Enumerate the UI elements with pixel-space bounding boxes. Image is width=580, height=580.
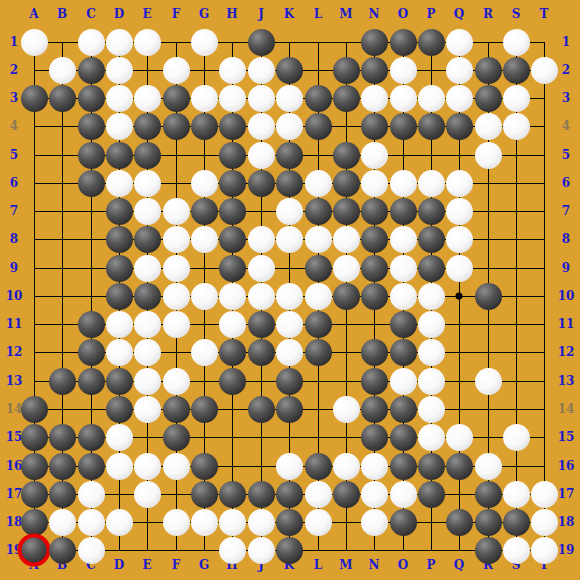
point-N4[interactable] xyxy=(360,112,388,140)
point-G9[interactable] xyxy=(190,254,218,282)
point-O19[interactable] xyxy=(389,536,417,564)
point-O3[interactable] xyxy=(389,84,417,112)
point-S12[interactable] xyxy=(502,338,530,366)
point-B3[interactable] xyxy=(48,84,76,112)
point-D14[interactable] xyxy=(105,395,133,423)
point-E16[interactable] xyxy=(133,452,161,480)
point-M17[interactable] xyxy=(332,480,360,508)
point-J4[interactable] xyxy=(247,112,275,140)
point-A2[interactable] xyxy=(20,56,48,84)
point-T11[interactable] xyxy=(530,310,558,338)
point-J19[interactable] xyxy=(247,536,275,564)
point-F6[interactable] xyxy=(162,169,190,197)
point-N12[interactable] xyxy=(360,338,388,366)
point-N18[interactable] xyxy=(360,508,388,536)
point-K8[interactable] xyxy=(275,225,303,253)
point-D17[interactable] xyxy=(105,480,133,508)
point-L15[interactable] xyxy=(304,423,332,451)
point-B13[interactable] xyxy=(48,367,76,395)
point-P7[interactable] xyxy=(417,197,445,225)
point-T12[interactable] xyxy=(530,338,558,366)
point-S1[interactable] xyxy=(502,28,530,56)
point-Q14[interactable] xyxy=(445,395,473,423)
point-R9[interactable] xyxy=(474,254,502,282)
point-M10[interactable] xyxy=(332,282,360,310)
point-T18[interactable] xyxy=(530,508,558,536)
point-H18[interactable] xyxy=(218,508,246,536)
point-G12[interactable] xyxy=(190,338,218,366)
point-K6[interactable] xyxy=(275,169,303,197)
point-G18[interactable] xyxy=(190,508,218,536)
point-O12[interactable] xyxy=(389,338,417,366)
point-N11[interactable] xyxy=(360,310,388,338)
point-T17[interactable] xyxy=(530,480,558,508)
point-S15[interactable] xyxy=(502,423,530,451)
point-Q13[interactable] xyxy=(445,367,473,395)
point-M14[interactable] xyxy=(332,395,360,423)
point-T7[interactable] xyxy=(530,197,558,225)
point-P13[interactable] xyxy=(417,367,445,395)
point-J14[interactable] xyxy=(247,395,275,423)
point-P3[interactable] xyxy=(417,84,445,112)
point-G2[interactable] xyxy=(190,56,218,84)
point-H8[interactable] xyxy=(218,225,246,253)
point-G19[interactable] xyxy=(190,536,218,564)
point-R6[interactable] xyxy=(474,169,502,197)
point-G16[interactable] xyxy=(190,452,218,480)
point-N17[interactable] xyxy=(360,480,388,508)
point-E13[interactable] xyxy=(133,367,161,395)
point-M4[interactable] xyxy=(332,112,360,140)
point-F17[interactable] xyxy=(162,480,190,508)
point-L11[interactable] xyxy=(304,310,332,338)
point-H5[interactable] xyxy=(218,141,246,169)
point-H6[interactable] xyxy=(218,169,246,197)
point-K1[interactable] xyxy=(275,28,303,56)
point-B14[interactable] xyxy=(48,395,76,423)
point-P10[interactable] xyxy=(417,282,445,310)
point-L1[interactable] xyxy=(304,28,332,56)
point-G3[interactable] xyxy=(190,84,218,112)
point-S9[interactable] xyxy=(502,254,530,282)
point-R14[interactable] xyxy=(474,395,502,423)
point-E7[interactable] xyxy=(133,197,161,225)
point-Q9[interactable] xyxy=(445,254,473,282)
point-T15[interactable] xyxy=(530,423,558,451)
point-R8[interactable] xyxy=(474,225,502,253)
point-A1[interactable] xyxy=(20,28,48,56)
point-Q11[interactable] xyxy=(445,310,473,338)
point-J12[interactable] xyxy=(247,338,275,366)
point-H14[interactable] xyxy=(218,395,246,423)
point-E11[interactable] xyxy=(133,310,161,338)
point-N2[interactable] xyxy=(360,56,388,84)
point-B5[interactable] xyxy=(48,141,76,169)
point-C4[interactable] xyxy=(77,112,105,140)
point-J3[interactable] xyxy=(247,84,275,112)
point-L7[interactable] xyxy=(304,197,332,225)
point-J5[interactable] xyxy=(247,141,275,169)
point-F9[interactable] xyxy=(162,254,190,282)
point-P14[interactable] xyxy=(417,395,445,423)
point-E18[interactable] xyxy=(133,508,161,536)
point-F10[interactable] xyxy=(162,282,190,310)
point-D7[interactable] xyxy=(105,197,133,225)
point-C19[interactable] xyxy=(77,536,105,564)
point-F14[interactable] xyxy=(162,395,190,423)
point-P17[interactable] xyxy=(417,480,445,508)
point-P2[interactable] xyxy=(417,56,445,84)
point-D2[interactable] xyxy=(105,56,133,84)
point-T4[interactable] xyxy=(530,112,558,140)
point-P4[interactable] xyxy=(417,112,445,140)
point-F3[interactable] xyxy=(162,84,190,112)
point-A12[interactable] xyxy=(20,338,48,366)
point-C11[interactable] xyxy=(77,310,105,338)
point-C2[interactable] xyxy=(77,56,105,84)
point-A11[interactable] xyxy=(20,310,48,338)
point-T16[interactable] xyxy=(530,452,558,480)
point-E1[interactable] xyxy=(133,28,161,56)
point-N10[interactable] xyxy=(360,282,388,310)
point-H15[interactable] xyxy=(218,423,246,451)
point-T10[interactable] xyxy=(530,282,558,310)
point-F19[interactable] xyxy=(162,536,190,564)
point-A17[interactable] xyxy=(20,480,48,508)
point-T19[interactable] xyxy=(530,536,558,564)
point-G14[interactable] xyxy=(190,395,218,423)
point-C18[interactable] xyxy=(77,508,105,536)
point-C7[interactable] xyxy=(77,197,105,225)
point-N15[interactable] xyxy=(360,423,388,451)
point-E14[interactable] xyxy=(133,395,161,423)
point-Q1[interactable] xyxy=(445,28,473,56)
point-R2[interactable] xyxy=(474,56,502,84)
point-M19[interactable] xyxy=(332,536,360,564)
point-T2[interactable] xyxy=(530,56,558,84)
point-B18[interactable] xyxy=(48,508,76,536)
point-R11[interactable] xyxy=(474,310,502,338)
point-O1[interactable] xyxy=(389,28,417,56)
point-B11[interactable] xyxy=(48,310,76,338)
point-O11[interactable] xyxy=(389,310,417,338)
point-E8[interactable] xyxy=(133,225,161,253)
point-Q12[interactable] xyxy=(445,338,473,366)
point-D4[interactable] xyxy=(105,112,133,140)
point-E19[interactable] xyxy=(133,536,161,564)
point-E12[interactable] xyxy=(133,338,161,366)
point-S7[interactable] xyxy=(502,197,530,225)
point-B1[interactable] xyxy=(48,28,76,56)
point-E10[interactable] xyxy=(133,282,161,310)
point-K10[interactable] xyxy=(275,282,303,310)
point-B10[interactable] xyxy=(48,282,76,310)
point-H3[interactable] xyxy=(218,84,246,112)
point-P16[interactable] xyxy=(417,452,445,480)
point-D1[interactable] xyxy=(105,28,133,56)
point-B12[interactable] xyxy=(48,338,76,366)
point-R10[interactable] xyxy=(474,282,502,310)
point-H4[interactable] xyxy=(218,112,246,140)
point-K3[interactable] xyxy=(275,84,303,112)
point-D3[interactable] xyxy=(105,84,133,112)
point-E17[interactable] xyxy=(133,480,161,508)
point-O5[interactable] xyxy=(389,141,417,169)
point-O10[interactable] xyxy=(389,282,417,310)
point-S8[interactable] xyxy=(502,225,530,253)
point-B2[interactable] xyxy=(48,56,76,84)
point-T5[interactable] xyxy=(530,141,558,169)
point-Q16[interactable] xyxy=(445,452,473,480)
point-F15[interactable] xyxy=(162,423,190,451)
point-T1[interactable] xyxy=(530,28,558,56)
point-L6[interactable] xyxy=(304,169,332,197)
point-R13[interactable] xyxy=(474,367,502,395)
point-S5[interactable] xyxy=(502,141,530,169)
point-T14[interactable] xyxy=(530,395,558,423)
point-J13[interactable] xyxy=(247,367,275,395)
point-L4[interactable] xyxy=(304,112,332,140)
point-O15[interactable] xyxy=(389,423,417,451)
point-N13[interactable] xyxy=(360,367,388,395)
point-O8[interactable] xyxy=(389,225,417,253)
point-N19[interactable] xyxy=(360,536,388,564)
point-L3[interactable] xyxy=(304,84,332,112)
point-S18[interactable] xyxy=(502,508,530,536)
point-A9[interactable] xyxy=(20,254,48,282)
point-E4[interactable] xyxy=(133,112,161,140)
point-A6[interactable] xyxy=(20,169,48,197)
point-M18[interactable] xyxy=(332,508,360,536)
point-S19[interactable] xyxy=(502,536,530,564)
point-F7[interactable] xyxy=(162,197,190,225)
point-K9[interactable] xyxy=(275,254,303,282)
point-Q10[interactable] xyxy=(445,282,473,310)
point-M12[interactable] xyxy=(332,338,360,366)
point-T8[interactable] xyxy=(530,225,558,253)
point-P1[interactable] xyxy=(417,28,445,56)
point-P6[interactable] xyxy=(417,169,445,197)
point-D12[interactable] xyxy=(105,338,133,366)
point-Q2[interactable] xyxy=(445,56,473,84)
point-H16[interactable] xyxy=(218,452,246,480)
point-L10[interactable] xyxy=(304,282,332,310)
point-F8[interactable] xyxy=(162,225,190,253)
point-J1[interactable] xyxy=(247,28,275,56)
point-C5[interactable] xyxy=(77,141,105,169)
point-K12[interactable] xyxy=(275,338,303,366)
point-E2[interactable] xyxy=(133,56,161,84)
point-J6[interactable] xyxy=(247,169,275,197)
point-E9[interactable] xyxy=(133,254,161,282)
point-D9[interactable] xyxy=(105,254,133,282)
point-O14[interactable] xyxy=(389,395,417,423)
point-G1[interactable] xyxy=(190,28,218,56)
point-C15[interactable] xyxy=(77,423,105,451)
point-G8[interactable] xyxy=(190,225,218,253)
point-K13[interactable] xyxy=(275,367,303,395)
point-B7[interactable] xyxy=(48,197,76,225)
point-C14[interactable] xyxy=(77,395,105,423)
point-H13[interactable] xyxy=(218,367,246,395)
point-K17[interactable] xyxy=(275,480,303,508)
point-R5[interactable] xyxy=(474,141,502,169)
point-S16[interactable] xyxy=(502,452,530,480)
point-F11[interactable] xyxy=(162,310,190,338)
point-D10[interactable] xyxy=(105,282,133,310)
point-D18[interactable] xyxy=(105,508,133,536)
point-M2[interactable] xyxy=(332,56,360,84)
point-O13[interactable] xyxy=(389,367,417,395)
point-A3[interactable] xyxy=(20,84,48,112)
point-K14[interactable] xyxy=(275,395,303,423)
point-B4[interactable] xyxy=(48,112,76,140)
point-M1[interactable] xyxy=(332,28,360,56)
point-J9[interactable] xyxy=(247,254,275,282)
point-N1[interactable] xyxy=(360,28,388,56)
point-N6[interactable] xyxy=(360,169,388,197)
point-A14[interactable] xyxy=(20,395,48,423)
point-Q3[interactable] xyxy=(445,84,473,112)
point-L16[interactable] xyxy=(304,452,332,480)
point-F5[interactable] xyxy=(162,141,190,169)
point-F18[interactable] xyxy=(162,508,190,536)
point-H9[interactable] xyxy=(218,254,246,282)
point-K5[interactable] xyxy=(275,141,303,169)
point-F1[interactable] xyxy=(162,28,190,56)
point-K15[interactable] xyxy=(275,423,303,451)
point-H11[interactable] xyxy=(218,310,246,338)
point-O9[interactable] xyxy=(389,254,417,282)
point-Q7[interactable] xyxy=(445,197,473,225)
point-S6[interactable] xyxy=(502,169,530,197)
point-J16[interactable] xyxy=(247,452,275,480)
point-G7[interactable] xyxy=(190,197,218,225)
point-H10[interactable] xyxy=(218,282,246,310)
point-C9[interactable] xyxy=(77,254,105,282)
point-C16[interactable] xyxy=(77,452,105,480)
point-B19[interactable] xyxy=(48,536,76,564)
point-O17[interactable] xyxy=(389,480,417,508)
point-M7[interactable] xyxy=(332,197,360,225)
point-M16[interactable] xyxy=(332,452,360,480)
point-T6[interactable] xyxy=(530,169,558,197)
point-K7[interactable] xyxy=(275,197,303,225)
point-L8[interactable] xyxy=(304,225,332,253)
point-M9[interactable] xyxy=(332,254,360,282)
point-D13[interactable] xyxy=(105,367,133,395)
point-K16[interactable] xyxy=(275,452,303,480)
point-L17[interactable] xyxy=(304,480,332,508)
point-B8[interactable] xyxy=(48,225,76,253)
point-G17[interactable] xyxy=(190,480,218,508)
point-K19[interactable] xyxy=(275,536,303,564)
point-F4[interactable] xyxy=(162,112,190,140)
point-N9[interactable] xyxy=(360,254,388,282)
point-J8[interactable] xyxy=(247,225,275,253)
point-Q6[interactable] xyxy=(445,169,473,197)
point-Q4[interactable] xyxy=(445,112,473,140)
point-C12[interactable] xyxy=(77,338,105,366)
point-M11[interactable] xyxy=(332,310,360,338)
point-O7[interactable] xyxy=(389,197,417,225)
point-R3[interactable] xyxy=(474,84,502,112)
point-L2[interactable] xyxy=(304,56,332,84)
point-G4[interactable] xyxy=(190,112,218,140)
point-C6[interactable] xyxy=(77,169,105,197)
point-J7[interactable] xyxy=(247,197,275,225)
point-F16[interactable] xyxy=(162,452,190,480)
point-C10[interactable] xyxy=(77,282,105,310)
point-F13[interactable] xyxy=(162,367,190,395)
point-N7[interactable] xyxy=(360,197,388,225)
point-M8[interactable] xyxy=(332,225,360,253)
point-E3[interactable] xyxy=(133,84,161,112)
point-H12[interactable] xyxy=(218,338,246,366)
point-P9[interactable] xyxy=(417,254,445,282)
point-S13[interactable] xyxy=(502,367,530,395)
point-J2[interactable] xyxy=(247,56,275,84)
point-B9[interactable] xyxy=(48,254,76,282)
point-Q15[interactable] xyxy=(445,423,473,451)
point-E6[interactable] xyxy=(133,169,161,197)
point-R19[interactable] xyxy=(474,536,502,564)
point-L12[interactable] xyxy=(304,338,332,366)
point-N14[interactable] xyxy=(360,395,388,423)
point-S11[interactable] xyxy=(502,310,530,338)
point-C17[interactable] xyxy=(77,480,105,508)
point-C8[interactable] xyxy=(77,225,105,253)
point-G11[interactable] xyxy=(190,310,218,338)
point-A4[interactable] xyxy=(20,112,48,140)
point-D6[interactable] xyxy=(105,169,133,197)
point-R12[interactable] xyxy=(474,338,502,366)
point-L14[interactable] xyxy=(304,395,332,423)
point-H19[interactable] xyxy=(218,536,246,564)
point-H17[interactable] xyxy=(218,480,246,508)
point-G15[interactable] xyxy=(190,423,218,451)
point-D16[interactable] xyxy=(105,452,133,480)
point-A19[interactable] xyxy=(20,536,48,564)
point-T13[interactable] xyxy=(530,367,558,395)
point-Q18[interactable] xyxy=(445,508,473,536)
point-P11[interactable] xyxy=(417,310,445,338)
point-R4[interactable] xyxy=(474,112,502,140)
point-J18[interactable] xyxy=(247,508,275,536)
point-D11[interactable] xyxy=(105,310,133,338)
point-S17[interactable] xyxy=(502,480,530,508)
point-A13[interactable] xyxy=(20,367,48,395)
point-Q17[interactable] xyxy=(445,480,473,508)
point-D8[interactable] xyxy=(105,225,133,253)
point-P5[interactable] xyxy=(417,141,445,169)
point-S10[interactable] xyxy=(502,282,530,310)
point-N3[interactable] xyxy=(360,84,388,112)
point-J17[interactable] xyxy=(247,480,275,508)
point-Q19[interactable] xyxy=(445,536,473,564)
point-S3[interactable] xyxy=(502,84,530,112)
point-L9[interactable] xyxy=(304,254,332,282)
point-R7[interactable] xyxy=(474,197,502,225)
point-A8[interactable] xyxy=(20,225,48,253)
point-J10[interactable] xyxy=(247,282,275,310)
point-R16[interactable] xyxy=(474,452,502,480)
point-D5[interactable] xyxy=(105,141,133,169)
point-B17[interactable] xyxy=(48,480,76,508)
point-A18[interactable] xyxy=(20,508,48,536)
point-M13[interactable] xyxy=(332,367,360,395)
point-S4[interactable] xyxy=(502,112,530,140)
